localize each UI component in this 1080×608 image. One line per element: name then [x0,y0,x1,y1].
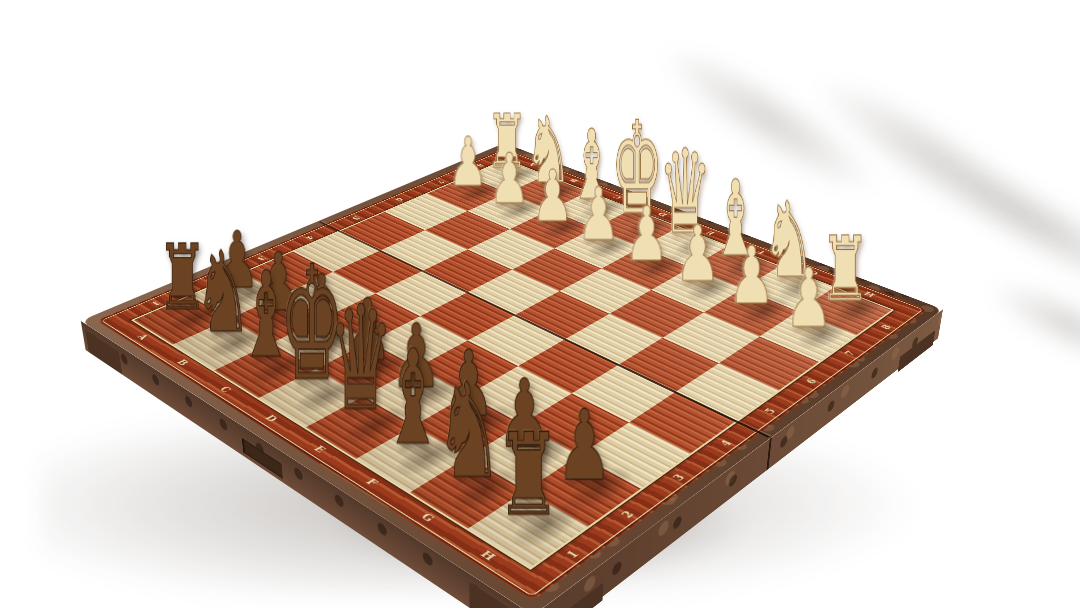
piece-walnut-rook-h1[interactable]: ♜ [470,302,587,528]
chess-board: ABCDEFGHABCDEFGH1234567812345678 ♜♞♝♚♛♝♞… [81,143,943,608]
fold-seam-edge [766,437,771,470]
piece-cream-pawn-h7[interactable]: ♟ [758,147,859,335]
rook-glyph: ♜ [496,423,560,528]
photo-scene: ABCDEFGHABCDEFGH1234567812345678 ♜♞♝♚♛♝♞… [0,0,1080,608]
perspective-wrapper: ABCDEFGHABCDEFGH1234567812345678 ♜♞♝♚♛♝♞… [0,0,1080,608]
pawn-glyph: ♟ [784,260,832,335]
